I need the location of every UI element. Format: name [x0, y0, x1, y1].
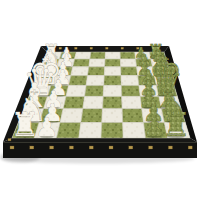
square-h3: [75, 52, 91, 59]
square-f5: [104, 67, 121, 76]
square-d6: [121, 85, 140, 96]
brass-hinge: [10, 146, 14, 149]
brass-hinge: [168, 146, 172, 149]
square-d4: [85, 85, 104, 96]
brass-hinge: [129, 146, 133, 149]
square-d5: [103, 85, 122, 96]
brass-hinge: [89, 146, 93, 149]
square-g4: [89, 59, 105, 67]
brass-hinge: [75, 47, 78, 49]
square-e5: [104, 76, 122, 86]
square-h6: [120, 52, 136, 59]
square-b5: [102, 109, 123, 123]
brass-hinge: [109, 146, 113, 149]
brass-hinge: [50, 146, 54, 149]
brass-hinge: [106, 47, 109, 49]
board-svg: ♜♟♟♜♞♟♟♞♝♟♟♝♚♟♟♚♛♟♟♛♝♟♟♝♞♟♟♞♜♟♟♜: [0, 0, 200, 200]
square-a5: [101, 123, 123, 139]
chess-set-photo: ♜♟♟♜♞♟♟♞♝♟♟♝♚♟♟♚♛♟♟♛♝♟♟♝♞♟♟♞♜♟♟♜: [0, 0, 200, 200]
square-h5: [105, 52, 120, 59]
square-c5: [103, 96, 123, 108]
square-g3: [73, 59, 90, 67]
square-f6: [121, 67, 138, 76]
piece-white-pawn-a2: ♟: [35, 112, 58, 142]
frame-front-face: [3, 142, 197, 158]
square-c4: [83, 96, 103, 108]
square-g5: [105, 59, 121, 67]
square-e4: [86, 76, 104, 86]
brass-hinge: [149, 146, 153, 149]
piece-green-rook-a8: ♜: [161, 106, 190, 144]
square-a4: [79, 123, 102, 139]
square-f4: [88, 67, 105, 76]
brass-hinge: [188, 146, 192, 149]
brass-hinge: [90, 47, 93, 49]
square-h4: [90, 52, 106, 59]
brass-hinge: [30, 146, 34, 149]
square-b4: [81, 109, 103, 123]
brass-hinge: [69, 146, 73, 149]
brass-hinge: [121, 47, 124, 49]
